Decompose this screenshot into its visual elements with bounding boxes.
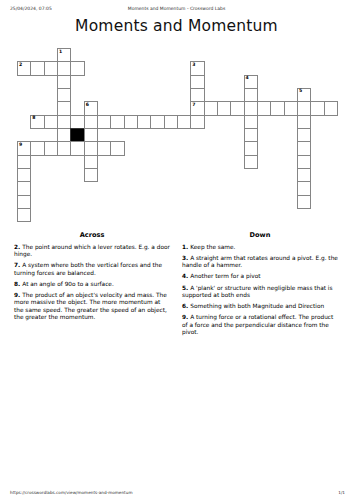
clue-num-label: 5. [182, 285, 190, 291]
crossword-cell[interactable] [177, 115, 191, 129]
crossword-cell[interactable] [190, 75, 204, 89]
print-footer: https://crosswordlabs.com/view/moments-a… [10, 488, 345, 495]
crossword-cell[interactable] [44, 141, 58, 155]
down-clue: 9. A turning force or a rotational effec… [182, 314, 338, 336]
crossword-cell[interactable] [84, 168, 98, 182]
crossword-cell[interactable] [204, 101, 218, 115]
crossword-cell[interactable] [244, 155, 258, 169]
crossword-cell[interactable] [297, 195, 311, 209]
crossword-cell[interactable] [57, 75, 71, 89]
crossword-cell[interactable] [17, 155, 31, 169]
crossword-cell[interactable] [217, 101, 231, 115]
crossword-cell[interactable] [30, 141, 44, 155]
clue-num-label: 6. [182, 303, 190, 309]
crossword-cell[interactable] [244, 141, 258, 155]
across-clue: 8. At an angle of 90o to a surface. [14, 281, 170, 288]
clue-number: 9 [19, 143, 22, 148]
crossword-cell[interactable] [70, 115, 84, 129]
crossword-cell[interactable] [44, 61, 58, 75]
crossword-cell[interactable] [324, 101, 338, 115]
clue-number: 1 [59, 50, 62, 55]
crossword-cell[interactable] [17, 181, 31, 195]
crossword-cell[interactable] [297, 141, 311, 155]
crossword-cell[interactable] [297, 115, 311, 129]
printed-crossword-page: 25/04/2024, 07:05 Moments and Momentum -… [0, 0, 353, 500]
clue-num-label: 9. [182, 314, 190, 320]
across-clue-list: 2. The point around which a lever rotate… [14, 244, 170, 322]
clue-number: 2 [19, 63, 22, 68]
clue-number: 4 [246, 76, 249, 81]
crossword-cell[interactable] [244, 101, 258, 115]
page-title: Moments and Momentum [0, 17, 353, 35]
clue-num-label: 7. [14, 262, 22, 268]
across-heading: Across [14, 231, 170, 239]
crossword-cell[interactable]: 6 [84, 101, 98, 115]
crossword-cell[interactable]: 4 [244, 75, 258, 89]
crossword-cell[interactable] [57, 61, 71, 75]
crossword-cell[interactable] [84, 128, 98, 142]
crossword-cell[interactable] [57, 115, 71, 129]
crossword-cell[interactable]: 1 [57, 48, 71, 62]
page-number: 1/1 [338, 490, 345, 495]
crossword-cell[interactable] [70, 61, 84, 75]
print-document-title: Moments and Momentum - Crossword Labs [0, 6, 353, 11]
down-clue: 3. A straight arm that rotates around a … [182, 255, 338, 270]
crossword-cell[interactable] [297, 181, 311, 195]
down-clue: 5. A 'plank' or structure with negligibl… [182, 285, 338, 300]
clue-num-label: 8. [14, 281, 22, 287]
crossword-cell[interactable] [17, 168, 31, 182]
crossword-cell[interactable] [84, 141, 98, 155]
crossword-cell[interactable] [97, 115, 111, 129]
crossword-cell[interactable] [190, 115, 204, 129]
crossword-cell[interactable] [97, 141, 111, 155]
crossword-cell[interactable] [270, 101, 284, 115]
crossword-cell[interactable] [57, 128, 71, 142]
print-header: 25/04/2024, 07:05 Moments and Momentum -… [0, 6, 353, 14]
crossword-cell[interactable] [110, 141, 124, 155]
crossword-cell[interactable] [244, 115, 258, 129]
crossword-grid: 123456789 [17, 48, 338, 223]
crossword-cell[interactable] [244, 88, 258, 102]
crossword-cell[interactable] [57, 88, 71, 102]
crossword-cell[interactable] [110, 115, 124, 129]
crossword-cell[interactable] [164, 115, 178, 129]
clue-section: Across 2. The point around which a lever… [14, 231, 338, 340]
black-cell [70, 128, 84, 142]
crossword-cell[interactable]: 8 [30, 115, 44, 129]
across-clue: 7. A system where both the vertical forc… [14, 262, 170, 277]
across-clue: 2. The point around which a lever rotate… [14, 244, 170, 259]
clue-number: 8 [32, 116, 35, 121]
clue-num-label: 1. [182, 244, 190, 250]
across-column: Across 2. The point around which a lever… [14, 231, 170, 340]
crossword-cell[interactable] [230, 101, 244, 115]
clue-num-label: 9. [14, 292, 22, 298]
clue-number: 6 [86, 103, 89, 108]
crossword-cell[interactable] [57, 141, 71, 155]
clue-number: 3 [192, 63, 195, 68]
crossword-cell[interactable] [257, 101, 271, 115]
down-clue: 1. Keep the same. [182, 244, 338, 251]
across-clue: 9. The product of an object's velocity a… [14, 292, 170, 322]
crossword-cell[interactable] [124, 115, 138, 129]
crossword-cell[interactable] [310, 101, 324, 115]
crossword-cell[interactable] [17, 195, 31, 209]
crossword-cell[interactable] [297, 155, 311, 169]
crossword-cell[interactable] [190, 88, 204, 102]
down-clue: 4. Another term for a pivot [182, 273, 338, 280]
clue-num-label: 2. [14, 244, 22, 250]
crossword-cell[interactable] [84, 115, 98, 129]
crossword-cell[interactable] [297, 101, 311, 115]
crossword-cell[interactable] [44, 115, 58, 129]
crossword-cell[interactable] [57, 101, 71, 115]
down-column: Down 1. Keep the same.3. A straight arm … [182, 231, 338, 340]
crossword-cell[interactable] [17, 208, 31, 222]
clue-num-label: 3. [182, 255, 190, 261]
down-clue: 6. Something with both Magnitude and Dir… [182, 303, 338, 310]
source-url: https://crosswordlabs.com/view/moments-a… [10, 490, 132, 495]
crossword-cell[interactable] [244, 128, 258, 142]
crossword-cell[interactable] [284, 101, 298, 115]
crossword-cell[interactable] [297, 168, 311, 182]
crossword-cell[interactable] [137, 115, 151, 129]
crossword-cell[interactable]: 7 [190, 101, 204, 115]
crossword-cell[interactable] [84, 155, 98, 169]
down-clue-list: 1. Keep the same.3. A straight arm that … [182, 244, 338, 337]
crossword-cell[interactable] [297, 128, 311, 142]
crossword-cell[interactable] [150, 115, 164, 129]
crossword-cell[interactable]: 9 [17, 141, 31, 155]
down-heading: Down [182, 231, 338, 239]
crossword-cell[interactable]: 3 [190, 61, 204, 75]
crossword-cell[interactable] [70, 141, 84, 155]
crossword-cell[interactable]: 5 [297, 88, 311, 102]
crossword-cell[interactable]: 2 [17, 61, 31, 75]
clue-num-label: 4. [182, 273, 190, 279]
crossword-cell[interactable] [30, 61, 44, 75]
clue-number: 5 [299, 89, 302, 94]
clue-number: 7 [192, 103, 195, 108]
